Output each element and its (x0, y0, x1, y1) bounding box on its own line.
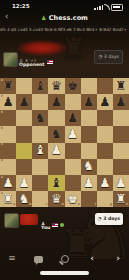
black-pawn-d7[interactable]: ♟ (48, 94, 64, 110)
player-membership-badge (60, 223, 64, 227)
move-list[interactable]: 1.e4 c5 2.c3 Nf6 3.e5 Nd5 4.d4 cxd4 5.cx… (0, 25, 129, 34)
square-a6[interactable]: 6 (0, 110, 16, 126)
player-clock-chip: ◔ 3 days (95, 213, 123, 225)
square-a2[interactable]: 2♟ (0, 175, 16, 191)
square-d4[interactable]: ♟ (48, 143, 64, 159)
black-pawn-b7[interactable]: ♟ (16, 94, 32, 110)
square-f3[interactable]: ♞ (81, 159, 97, 175)
menu-icon[interactable]: ≡ (5, 253, 19, 263)
square-h8[interactable]: ♜ (113, 78, 129, 94)
black-pawn-g7[interactable]: ♟ (97, 94, 113, 110)
square-d2[interactable]: ♝ (48, 175, 64, 191)
square-c6[interactable]: ♞ (32, 110, 48, 126)
rank-label-4: 4 (1, 143, 3, 146)
opponent-captured-glyphs: ♙ ♗ (19, 58, 29, 63)
black-pawn-h7[interactable]: ♟ (113, 94, 129, 110)
white-pawn-a2[interactable]: ♟ (0, 175, 16, 191)
black-pawn-e6[interactable]: ♟ (65, 110, 81, 126)
square-g2[interactable]: ♟ (97, 175, 113, 191)
square-e7[interactable] (65, 94, 81, 110)
next-move-icon[interactable]: › (111, 253, 125, 263)
square-e4[interactable] (65, 143, 81, 159)
square-h2[interactable]: ♟ (113, 175, 129, 191)
square-e5[interactable]: ♟ (65, 126, 81, 142)
opponent-captured-pieces: ♙ ♗ +3 (19, 58, 36, 63)
clock-icon: ◔ (98, 54, 102, 59)
cellular-signal-icon (94, 5, 103, 10)
square-c4[interactable]: ♝ (32, 143, 48, 159)
white-rook-a1[interactable]: ♜ (0, 191, 16, 207)
white-pawn-h2[interactable]: ♟ (113, 175, 129, 191)
black-knight-c6[interactable]: ♞ (32, 110, 48, 126)
black-queen-d8[interactable]: ♛ (48, 78, 64, 94)
bottom-nav: ≡ ‹ › (0, 249, 129, 269)
white-pawn-e5[interactable]: ♟ (65, 126, 81, 142)
status-time: 12:25 (12, 3, 30, 9)
rank-label-5: 5 (1, 127, 3, 130)
black-bishop-d2[interactable]: ♝ (48, 175, 64, 191)
rank-label-3: 3 (1, 159, 3, 162)
clock-icon: ◔ (98, 216, 102, 221)
square-e3[interactable] (65, 159, 81, 175)
player-bar: You ♟ ◔ 3 days (0, 211, 129, 239)
page-title-text: Chess.com (49, 14, 88, 22)
square-c2[interactable] (32, 175, 48, 191)
file-label-g: g (110, 203, 112, 206)
opponent-avatar[interactable] (3, 52, 18, 67)
opponent-clock-text: 3 days (104, 54, 119, 59)
square-g6[interactable] (97, 110, 113, 126)
square-a4[interactable]: 4 (0, 143, 16, 159)
square-f5[interactable] (81, 126, 97, 142)
black-king-e8[interactable]: ♚ (65, 78, 81, 94)
white-bishop-c4[interactable]: ♝ (32, 143, 48, 159)
square-d5[interactable]: ♞ (48, 126, 64, 142)
chat-icon[interactable] (34, 256, 43, 263)
file-label-f: f (95, 203, 96, 206)
square-c7[interactable] (32, 94, 48, 110)
square-a1[interactable]: 1a♜ (0, 191, 16, 207)
square-a7[interactable]: 7♟ (0, 94, 16, 110)
square-b8[interactable] (16, 78, 32, 94)
square-g8[interactable] (97, 78, 113, 94)
square-g5[interactable] (97, 126, 113, 142)
black-rook-h8[interactable]: ♜ (113, 78, 129, 94)
square-f8[interactable] (81, 78, 97, 94)
battery-icon (111, 4, 123, 11)
opponent-bar: Opponent ♙ ♗ +3 ◔ 3 days (0, 44, 129, 72)
square-d8[interactable]: ♛ (48, 78, 64, 94)
square-c8[interactable]: ♝ (32, 78, 48, 94)
opponent-clock-chip: ◔ 3 days (94, 50, 123, 64)
square-h1[interactable]: h♜ (113, 191, 129, 207)
analysis-icon[interactable] (61, 255, 69, 263)
square-b3[interactable] (16, 159, 32, 175)
white-rook-h1[interactable]: ♜ (113, 191, 129, 207)
file-label-c: c (46, 203, 48, 206)
square-g3[interactable] (97, 159, 113, 175)
square-f7[interactable]: ♟ (81, 94, 97, 110)
chess-board[interactable]: 8♜♝♛♚♜7♟♟♟♟♟♟6♞♟5♞♟4♝♟3♞2♟♟♝♟♟♟1a♜b♞cd♛e… (0, 78, 129, 207)
square-b1[interactable]: b♞ (16, 191, 32, 207)
white-pawn-d4[interactable]: ♟ (48, 143, 64, 159)
white-king-e1[interactable]: ♚ (65, 191, 81, 207)
square-d7[interactable]: ♟ (48, 94, 64, 110)
wifi-icon (104, 4, 110, 10)
square-a3[interactable]: 3 (0, 159, 16, 175)
square-b4[interactable] (16, 143, 32, 159)
white-pawn-f2[interactable]: ♟ (81, 175, 97, 191)
page-title: ♟ Chess.com (0, 14, 129, 22)
square-a5[interactable]: 5 (0, 126, 16, 142)
rank-label-6: 6 (1, 111, 3, 114)
black-rook-a8[interactable]: ♜ (0, 78, 16, 94)
square-h6[interactable] (113, 110, 129, 126)
white-knight-f3[interactable]: ♞ (81, 159, 97, 175)
square-e1[interactable]: e♚ (65, 191, 81, 207)
square-b2[interactable]: ♟ (16, 175, 32, 191)
square-f2[interactable]: ♟ (81, 175, 97, 191)
square-b7[interactable]: ♟ (16, 94, 32, 110)
square-c5[interactable] (32, 126, 48, 142)
square-d6[interactable] (48, 110, 64, 126)
white-queen-d1[interactable]: ♛ (48, 191, 64, 207)
player-captured-glyphs: ♟ (41, 221, 45, 226)
square-g4[interactable] (97, 143, 113, 159)
square-e2[interactable] (65, 175, 81, 191)
square-c3[interactable] (32, 159, 48, 175)
opponent-material-count: +3 (30, 58, 36, 63)
square-g7[interactable]: ♟ (97, 94, 113, 110)
player-avatar[interactable] (4, 213, 19, 228)
square-h3[interactable] (113, 159, 129, 175)
app-header: ‹ ♟ Chess.com (0, 12, 129, 25)
black-knight-d5[interactable]: ♞ (48, 126, 64, 142)
move-list-text: 1.e4 c5 2.c3 Nf6 3.e5 Nd5 4.d4 cxd4 5.cx… (0, 27, 127, 32)
square-b6[interactable] (16, 110, 32, 126)
black-pawn-a7[interactable]: ♟ (0, 94, 16, 110)
home-indicator[interactable] (40, 271, 89, 275)
square-b5[interactable] (16, 126, 32, 142)
square-h7[interactable]: ♟ (113, 94, 129, 110)
player-clock-text: 3 days (103, 216, 120, 221)
square-g1[interactable]: g (97, 191, 113, 207)
player-captured-pieces: ♟ (41, 221, 45, 226)
square-f1[interactable]: f (81, 191, 97, 207)
square-d3[interactable] (48, 159, 64, 175)
square-f6[interactable] (81, 110, 97, 126)
square-f4[interactable] (81, 143, 97, 159)
square-a8[interactable]: 8♜ (0, 78, 16, 94)
opponent-flag-icon (47, 60, 53, 64)
black-pawn-f7[interactable]: ♟ (81, 94, 97, 110)
square-e6[interactable]: ♟ (65, 110, 81, 126)
square-c1[interactable]: c (32, 191, 48, 207)
square-e8[interactable]: ♚ (65, 78, 81, 94)
player-flag-icon (52, 223, 58, 227)
square-h5[interactable] (113, 126, 129, 142)
square-h4[interactable] (113, 143, 129, 159)
previous-move-icon[interactable]: ‹ (85, 253, 99, 263)
square-d1[interactable]: d♛ (48, 191, 64, 207)
player-flair (20, 214, 38, 225)
black-bishop-c8[interactable]: ♝ (32, 78, 48, 94)
white-pawn-g2[interactable]: ♟ (97, 175, 113, 191)
white-knight-b1[interactable]: ♞ (16, 191, 32, 207)
chesscom-pawn-logo-icon: ♟ (41, 14, 46, 21)
white-pawn-b2[interactable]: ♟ (16, 175, 32, 191)
status-bar: 12:25 (0, 0, 129, 12)
